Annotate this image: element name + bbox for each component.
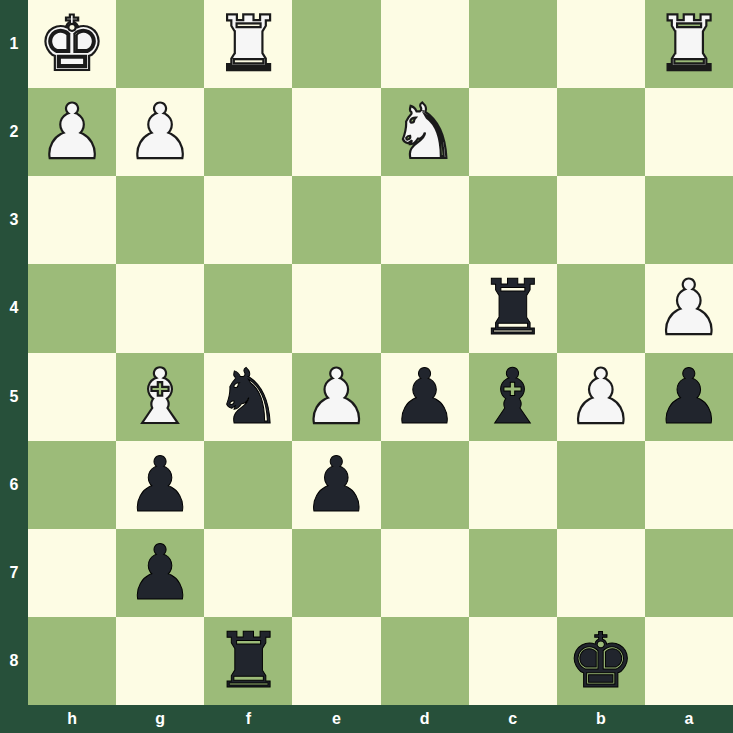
file-label-h: h — [28, 705, 116, 733]
square-d6[interactable] — [381, 441, 469, 529]
white-pawn-icon[interactable]: ♟ — [567, 353, 635, 441]
white-rook-icon[interactable]: ♜ — [655, 0, 723, 88]
square-h5[interactable] — [28, 353, 116, 441]
square-b6[interactable] — [557, 441, 645, 529]
square-h7[interactable] — [28, 529, 116, 617]
square-f6[interactable] — [204, 441, 292, 529]
black-bishop-icon[interactable]: ♝ — [479, 353, 547, 441]
black-rook-icon[interactable]: ♜ — [479, 264, 547, 352]
square-c6[interactable] — [469, 441, 557, 529]
square-e7[interactable] — [292, 529, 380, 617]
square-g8[interactable] — [116, 617, 204, 705]
square-e5[interactable]: ♟ — [292, 353, 380, 441]
file-label-d: d — [381, 705, 469, 733]
square-c5[interactable]: ♝ — [469, 353, 557, 441]
square-h4[interactable] — [28, 264, 116, 352]
square-d2[interactable]: ♞ — [381, 88, 469, 176]
white-king-icon[interactable]: ♚ — [38, 0, 106, 88]
file-label-f: f — [204, 705, 292, 733]
rank-label-3: 3 — [0, 176, 28, 264]
rank-label-7: 7 — [0, 529, 28, 617]
square-h3[interactable] — [28, 176, 116, 264]
square-e4[interactable] — [292, 264, 380, 352]
rank-label-6: 6 — [0, 441, 28, 529]
rank-labels: 12345678 — [0, 0, 28, 705]
square-f4[interactable] — [204, 264, 292, 352]
square-b4[interactable] — [557, 264, 645, 352]
square-g5[interactable]: ♝ — [116, 353, 204, 441]
white-pawn-icon[interactable]: ♟ — [38, 88, 106, 176]
square-b7[interactable] — [557, 529, 645, 617]
chessboard-frame: 12345678 ♚♜♜♟♟♞♜♟♝♞♟♟♝♟♟♟♟♟♜♚ hgfedcba — [0, 0, 733, 733]
square-d4[interactable] — [381, 264, 469, 352]
square-b1[interactable] — [557, 0, 645, 88]
square-h2[interactable]: ♟ — [28, 88, 116, 176]
square-g6[interactable]: ♟ — [116, 441, 204, 529]
file-labels: hgfedcba — [28, 705, 733, 733]
file-label-c: c — [469, 705, 557, 733]
square-e2[interactable] — [292, 88, 380, 176]
white-pawn-icon[interactable]: ♟ — [126, 88, 194, 176]
square-f2[interactable] — [204, 88, 292, 176]
black-pawn-icon[interactable]: ♟ — [302, 441, 370, 529]
square-c8[interactable] — [469, 617, 557, 705]
rank-label-2: 2 — [0, 88, 28, 176]
rank-label-8: 8 — [0, 617, 28, 705]
square-d7[interactable] — [381, 529, 469, 617]
rank-label-5: 5 — [0, 353, 28, 441]
rank-label-4: 4 — [0, 264, 28, 352]
square-f5[interactable]: ♞ — [204, 353, 292, 441]
square-h1[interactable]: ♚ — [28, 0, 116, 88]
square-e8[interactable] — [292, 617, 380, 705]
square-g7[interactable]: ♟ — [116, 529, 204, 617]
square-c3[interactable] — [469, 176, 557, 264]
square-d3[interactable] — [381, 176, 469, 264]
chess-board: ♚♜♜♟♟♞♜♟♝♞♟♟♝♟♟♟♟♟♜♚ — [28, 0, 733, 705]
square-b5[interactable]: ♟ — [557, 353, 645, 441]
file-label-g: g — [116, 705, 204, 733]
black-knight-icon[interactable]: ♞ — [214, 353, 282, 441]
black-pawn-icon[interactable]: ♟ — [126, 529, 194, 617]
square-b2[interactable] — [557, 88, 645, 176]
square-f3[interactable] — [204, 176, 292, 264]
square-a5[interactable]: ♟ — [645, 353, 733, 441]
rank-label-1: 1 — [0, 0, 28, 88]
square-c4[interactable]: ♜ — [469, 264, 557, 352]
square-f1[interactable]: ♜ — [204, 0, 292, 88]
file-label-a: a — [645, 705, 733, 733]
square-f8[interactable]: ♜ — [204, 617, 292, 705]
black-pawn-icon[interactable]: ♟ — [126, 441, 194, 529]
square-d8[interactable] — [381, 617, 469, 705]
white-pawn-icon[interactable]: ♟ — [655, 264, 723, 352]
white-rook-icon[interactable]: ♜ — [214, 0, 282, 88]
square-a6[interactable] — [645, 441, 733, 529]
file-label-b: b — [557, 705, 645, 733]
square-g2[interactable]: ♟ — [116, 88, 204, 176]
square-g4[interactable] — [116, 264, 204, 352]
square-c1[interactable] — [469, 0, 557, 88]
white-bishop-icon[interactable]: ♝ — [126, 353, 194, 441]
square-h8[interactable] — [28, 617, 116, 705]
black-pawn-icon[interactable]: ♟ — [390, 353, 458, 441]
square-a4[interactable]: ♟ — [645, 264, 733, 352]
file-label-e: e — [292, 705, 380, 733]
square-c7[interactable] — [469, 529, 557, 617]
square-d1[interactable] — [381, 0, 469, 88]
square-e6[interactable]: ♟ — [292, 441, 380, 529]
square-e3[interactable] — [292, 176, 380, 264]
square-a1[interactable]: ♜ — [645, 0, 733, 88]
black-pawn-icon[interactable]: ♟ — [655, 353, 723, 441]
square-e1[interactable] — [292, 0, 380, 88]
square-b3[interactable] — [557, 176, 645, 264]
white-knight-icon[interactable]: ♞ — [390, 88, 458, 176]
white-pawn-icon[interactable]: ♟ — [302, 353, 370, 441]
square-g1[interactable] — [116, 0, 204, 88]
square-b8[interactable]: ♚ — [557, 617, 645, 705]
square-c2[interactable] — [469, 88, 557, 176]
square-a2[interactable] — [645, 88, 733, 176]
square-d5[interactable]: ♟ — [381, 353, 469, 441]
frame-corner — [0, 705, 28, 733]
square-a3[interactable] — [645, 176, 733, 264]
square-f7[interactable] — [204, 529, 292, 617]
square-g3[interactable] — [116, 176, 204, 264]
black-king-icon[interactable]: ♚ — [567, 617, 635, 705]
black-rook-icon[interactable]: ♜ — [214, 617, 282, 705]
square-h6[interactable] — [28, 441, 116, 529]
square-a7[interactable] — [645, 529, 733, 617]
square-a8[interactable] — [645, 617, 733, 705]
